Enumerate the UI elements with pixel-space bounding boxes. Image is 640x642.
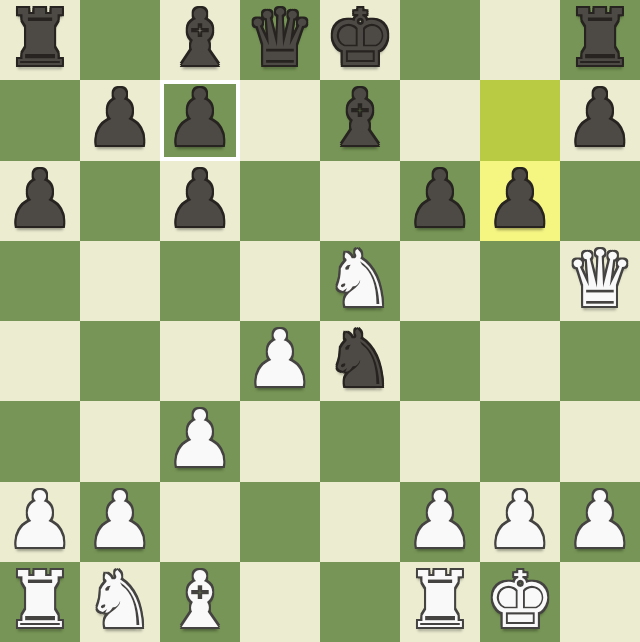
white-pawn[interactable]: ♟ xyxy=(5,480,75,560)
square-b7[interactable]: ♟ xyxy=(80,80,160,160)
square-b6[interactable] xyxy=(80,161,160,241)
white-pawn[interactable]: ♟ xyxy=(405,480,475,560)
square-e4[interactable]: ♞ xyxy=(320,321,400,401)
square-c2[interactable] xyxy=(160,482,240,562)
square-c5[interactable] xyxy=(160,241,240,321)
square-c8[interactable]: ♝ xyxy=(160,0,240,80)
square-e5[interactable]: ♞ xyxy=(320,241,400,321)
square-e7[interactable]: ♝ xyxy=(320,80,400,160)
square-f5[interactable] xyxy=(400,241,480,321)
square-e2[interactable] xyxy=(320,482,400,562)
square-b4[interactable] xyxy=(80,321,160,401)
black-rook[interactable]: ♜ xyxy=(5,0,75,78)
black-pawn[interactable]: ♟ xyxy=(565,78,635,158)
black-pawn[interactable]: ♟ xyxy=(165,78,235,158)
square-f1[interactable]: ♜ xyxy=(400,562,480,642)
chess-board: ♜♝♛♚♜♟♟♝♟♟♟♟♟♞♛♟♞♟♟♟♟♟♟♜♞♝♜♚ xyxy=(0,0,640,642)
square-h7[interactable]: ♟ xyxy=(560,80,640,160)
square-d1[interactable] xyxy=(240,562,320,642)
square-a8[interactable]: ♜ xyxy=(0,0,80,80)
square-a6[interactable]: ♟ xyxy=(0,161,80,241)
square-a1[interactable]: ♜ xyxy=(0,562,80,642)
square-g7[interactable] xyxy=(480,80,560,160)
square-b2[interactable]: ♟ xyxy=(80,482,160,562)
square-d4[interactable]: ♟ xyxy=(240,321,320,401)
square-h3[interactable] xyxy=(560,401,640,481)
square-g6[interactable]: ♟ xyxy=(480,161,560,241)
white-knight[interactable]: ♞ xyxy=(325,239,395,319)
square-f3[interactable] xyxy=(400,401,480,481)
square-g5[interactable] xyxy=(480,241,560,321)
black-knight[interactable]: ♞ xyxy=(325,319,395,399)
white-rook[interactable]: ♜ xyxy=(5,560,75,640)
square-g3[interactable] xyxy=(480,401,560,481)
black-king[interactable]: ♚ xyxy=(325,0,395,78)
square-h1[interactable] xyxy=(560,562,640,642)
black-bishop[interactable]: ♝ xyxy=(325,78,395,158)
white-pawn[interactable]: ♟ xyxy=(485,480,555,560)
white-knight[interactable]: ♞ xyxy=(85,560,155,640)
square-c4[interactable] xyxy=(160,321,240,401)
white-pawn[interactable]: ♟ xyxy=(165,399,235,479)
square-a3[interactable] xyxy=(0,401,80,481)
square-g4[interactable] xyxy=(480,321,560,401)
white-pawn[interactable]: ♟ xyxy=(565,480,635,560)
square-h2[interactable]: ♟ xyxy=(560,482,640,562)
black-pawn[interactable]: ♟ xyxy=(5,159,75,239)
square-d3[interactable] xyxy=(240,401,320,481)
square-e1[interactable] xyxy=(320,562,400,642)
square-h5[interactable]: ♛ xyxy=(560,241,640,321)
square-c6[interactable]: ♟ xyxy=(160,161,240,241)
black-pawn[interactable]: ♟ xyxy=(165,159,235,239)
black-queen[interactable]: ♛ xyxy=(245,0,315,78)
square-a4[interactable] xyxy=(0,321,80,401)
square-e6[interactable] xyxy=(320,161,400,241)
square-f8[interactable] xyxy=(400,0,480,80)
white-bishop[interactable]: ♝ xyxy=(165,560,235,640)
square-d7[interactable] xyxy=(240,80,320,160)
square-c3[interactable]: ♟ xyxy=(160,401,240,481)
black-pawn[interactable]: ♟ xyxy=(485,159,555,239)
black-bishop[interactable]: ♝ xyxy=(165,0,235,78)
square-d8[interactable]: ♛ xyxy=(240,0,320,80)
white-pawn[interactable]: ♟ xyxy=(245,319,315,399)
black-pawn[interactable]: ♟ xyxy=(405,159,475,239)
black-rook[interactable]: ♜ xyxy=(565,0,635,78)
square-d5[interactable] xyxy=(240,241,320,321)
square-d6[interactable] xyxy=(240,161,320,241)
square-f6[interactable]: ♟ xyxy=(400,161,480,241)
square-d2[interactable] xyxy=(240,482,320,562)
square-h4[interactable] xyxy=(560,321,640,401)
square-h6[interactable] xyxy=(560,161,640,241)
white-rook[interactable]: ♜ xyxy=(405,560,475,640)
square-a2[interactable]: ♟ xyxy=(0,482,80,562)
square-a7[interactable] xyxy=(0,80,80,160)
square-b8[interactable] xyxy=(80,0,160,80)
square-a5[interactable] xyxy=(0,241,80,321)
white-queen[interactable]: ♛ xyxy=(565,239,635,319)
square-b1[interactable]: ♞ xyxy=(80,562,160,642)
square-b3[interactable] xyxy=(80,401,160,481)
square-b5[interactable] xyxy=(80,241,160,321)
square-g1[interactable]: ♚ xyxy=(480,562,560,642)
square-f2[interactable]: ♟ xyxy=(400,482,480,562)
square-g8[interactable] xyxy=(480,0,560,80)
square-h8[interactable]: ♜ xyxy=(560,0,640,80)
white-pawn[interactable]: ♟ xyxy=(85,480,155,560)
square-e3[interactable] xyxy=(320,401,400,481)
square-e8[interactable]: ♚ xyxy=(320,0,400,80)
square-f4[interactable] xyxy=(400,321,480,401)
black-pawn[interactable]: ♟ xyxy=(85,78,155,158)
white-king[interactable]: ♚ xyxy=(485,560,555,640)
square-g2[interactable]: ♟ xyxy=(480,482,560,562)
square-c1[interactable]: ♝ xyxy=(160,562,240,642)
square-f7[interactable] xyxy=(400,80,480,160)
square-c7[interactable]: ♟ xyxy=(160,80,240,160)
